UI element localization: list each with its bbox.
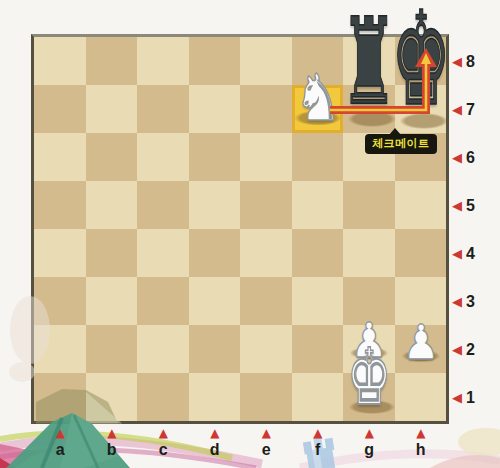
rank-label-8: ◀8 bbox=[452, 52, 475, 72]
square-d8[interactable] bbox=[189, 37, 241, 85]
square-d1[interactable] bbox=[189, 373, 241, 421]
square-c3[interactable] bbox=[137, 277, 189, 325]
square-c8[interactable] bbox=[137, 37, 189, 85]
square-b6[interactable] bbox=[86, 133, 138, 181]
file-label-b: ▲b bbox=[92, 427, 132, 458]
square-h4[interactable] bbox=[395, 229, 447, 277]
square-f5[interactable] bbox=[292, 181, 344, 229]
square-c4[interactable] bbox=[137, 229, 189, 277]
file-marker-icon: ▲ bbox=[195, 427, 235, 439]
file-label-c: ▲c bbox=[143, 427, 183, 458]
rank-marker-icon: ◀ bbox=[452, 151, 462, 164]
square-b8[interactable] bbox=[86, 37, 138, 85]
square-a1[interactable] bbox=[34, 373, 86, 421]
book-page: 체크메이트 ◀8◀7◀6◀5◀4◀3◀2◀1▲a▲b▲c▲d▲e▲f▲g▲h ♜… bbox=[0, 0, 500, 468]
square-b3[interactable] bbox=[86, 277, 138, 325]
square-e5[interactable] bbox=[240, 181, 292, 229]
file-marker-icon: ▲ bbox=[143, 427, 183, 439]
file-label-e: ▲e bbox=[246, 427, 286, 458]
white-king-g1[interactable]: ♚ bbox=[347, 337, 391, 415]
rank-label-4: ◀4 bbox=[452, 244, 475, 264]
rank-label-2: ◀2 bbox=[452, 340, 475, 360]
square-d7[interactable] bbox=[189, 85, 241, 133]
square-a3[interactable] bbox=[34, 277, 86, 325]
square-b2[interactable] bbox=[86, 325, 138, 373]
square-d5[interactable] bbox=[189, 181, 241, 229]
white-knight-f7[interactable]: ♞ bbox=[294, 65, 342, 129]
square-g4[interactable] bbox=[343, 229, 395, 277]
square-b5[interactable] bbox=[86, 181, 138, 229]
square-e7[interactable] bbox=[240, 85, 292, 133]
square-f2[interactable] bbox=[292, 325, 344, 373]
rank-marker-icon: ◀ bbox=[452, 55, 462, 68]
file-label-d: ▲d bbox=[195, 427, 235, 458]
file-label-h: ▲h bbox=[401, 427, 441, 458]
square-c5[interactable] bbox=[137, 181, 189, 229]
square-b4[interactable] bbox=[86, 229, 138, 277]
square-b7[interactable] bbox=[86, 85, 138, 133]
white-pawn-h2[interactable]: ♟ bbox=[402, 317, 439, 365]
file-marker-icon: ▲ bbox=[92, 427, 132, 439]
rank-marker-icon: ◀ bbox=[452, 295, 462, 308]
square-f3[interactable] bbox=[292, 277, 344, 325]
rank-marker-icon: ◀ bbox=[452, 343, 462, 356]
square-a7[interactable] bbox=[34, 85, 86, 133]
square-f6[interactable] bbox=[292, 133, 344, 181]
square-e8[interactable] bbox=[240, 37, 292, 85]
file-marker-icon: ▲ bbox=[298, 427, 338, 439]
rank-label-7: ◀7 bbox=[452, 100, 475, 120]
square-e4[interactable] bbox=[240, 229, 292, 277]
black-king-h8[interactable]: ♚ bbox=[391, 0, 451, 124]
rank-label-3: ◀3 bbox=[452, 292, 475, 312]
square-g5[interactable] bbox=[343, 181, 395, 229]
square-a6[interactable] bbox=[34, 133, 86, 181]
square-e3[interactable] bbox=[240, 277, 292, 325]
rank-marker-icon: ◀ bbox=[452, 103, 462, 116]
file-label-g: ▲g bbox=[349, 427, 389, 458]
file-marker-icon: ▲ bbox=[246, 427, 286, 439]
square-a5[interactable] bbox=[34, 181, 86, 229]
square-e2[interactable] bbox=[240, 325, 292, 373]
square-a4[interactable] bbox=[34, 229, 86, 277]
square-d3[interactable] bbox=[189, 277, 241, 325]
rank-label-5: ◀5 bbox=[452, 196, 475, 216]
square-c2[interactable] bbox=[137, 325, 189, 373]
file-label-f: ▲f bbox=[298, 427, 338, 458]
square-e1[interactable] bbox=[240, 373, 292, 421]
square-d4[interactable] bbox=[189, 229, 241, 277]
black-rook-g8[interactable]: ♜ bbox=[341, 2, 398, 122]
file-marker-icon: ▲ bbox=[349, 427, 389, 439]
rank-marker-icon: ◀ bbox=[452, 199, 462, 212]
square-c6[interactable] bbox=[137, 133, 189, 181]
rank-label-6: ◀6 bbox=[452, 148, 475, 168]
square-f1[interactable] bbox=[292, 373, 344, 421]
square-c7[interactable] bbox=[137, 85, 189, 133]
square-h5[interactable] bbox=[395, 181, 447, 229]
square-a2[interactable] bbox=[34, 325, 86, 373]
file-marker-icon: ▲ bbox=[401, 427, 441, 439]
rank-marker-icon: ◀ bbox=[452, 247, 462, 260]
checkmate-label: 체크메이트 bbox=[365, 134, 437, 154]
square-b1[interactable] bbox=[86, 373, 138, 421]
square-h1[interactable] bbox=[395, 373, 447, 421]
square-a8[interactable] bbox=[34, 37, 86, 85]
square-d6[interactable] bbox=[189, 133, 241, 181]
square-d2[interactable] bbox=[189, 325, 241, 373]
square-c1[interactable] bbox=[137, 373, 189, 421]
square-f4[interactable] bbox=[292, 229, 344, 277]
rank-marker-icon: ◀ bbox=[452, 391, 462, 404]
file-label-a: ▲a bbox=[40, 427, 80, 458]
rank-label-1: ◀1 bbox=[452, 388, 475, 408]
square-e6[interactable] bbox=[240, 133, 292, 181]
file-marker-icon: ▲ bbox=[40, 427, 80, 439]
